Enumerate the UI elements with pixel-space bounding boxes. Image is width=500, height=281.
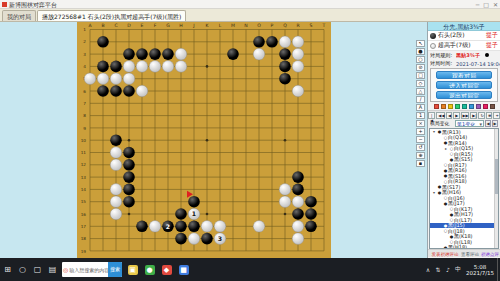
color-chip-row <box>428 103 500 110</box>
info-row: 对局时间: 2021-07-14 19:04:26 <box>428 59 500 67</box>
color-chip[interactable] <box>483 104 488 109</box>
move-nav-button[interactable]: ◀ <box>446 112 452 119</box>
move-tree[interactable]: ▾ ● 黑(R13) ○ 白(Q14) ● 黑(R14)▸ ○ 白(Q15) ○… <box>429 128 499 249</box>
search-button[interactable]: 搜索 <box>108 262 122 277</box>
svg-text:13: 13 <box>81 175 87 180</box>
color-chip[interactable] <box>476 104 481 109</box>
board-markup-toolbar: ↖●○⊘□◇△/A1×+−↺⊕▪ <box>416 40 426 167</box>
taskbar-search-box[interactable]: ◎ 输入想搜索的内容 搜索 <box>62 262 122 277</box>
svg-text:6: 6 <box>83 89 86 94</box>
prev-variation-button[interactable]: ◀ <box>485 120 491 127</box>
svg-text:C: C <box>114 23 117 28</box>
svg-text:3: 3 <box>218 235 222 242</box>
move-nav-button[interactable]: |◀ <box>428 112 435 119</box>
markup-tool-icon[interactable]: ⊘ <box>416 64 425 71</box>
info-value: 黑贴3¾子 <box>456 51 480 59</box>
color-chip[interactable] <box>448 104 453 109</box>
close-button[interactable]: ✕ <box>493 0 498 9</box>
move-nav-button[interactable]: ◀◀ <box>436 112 445 119</box>
move-nav-button[interactable]: ▶▶ <box>461 112 470 119</box>
svg-text:17: 17 <box>81 224 87 229</box>
game-rule-header: 分先,黑贴3¾子 <box>428 22 500 31</box>
markup-tool-icon[interactable]: A <box>416 104 425 111</box>
markup-tool-icon[interactable]: ▪ <box>416 160 425 167</box>
tree-scrollbar[interactable] <box>494 129 498 248</box>
color-chip[interactable] <box>441 104 446 109</box>
black-stone-icon <box>430 33 436 39</box>
svg-text:18: 18 <box>81 236 87 241</box>
minimize-button[interactable]: ─ <box>476 0 480 9</box>
svg-text:4: 4 <box>83 64 86 69</box>
footer-link[interactable]: 棋谱点评 <box>481 251 499 256</box>
color-chip[interactable] <box>455 104 460 109</box>
panel-action-button[interactable]: 观看对局 <box>436 71 492 79</box>
markup-tool-icon[interactable]: □ <box>416 72 425 79</box>
next-variation-button[interactable]: ▶ <box>492 120 498 127</box>
task-view-icon[interactable]: ▢ <box>30 258 45 281</box>
tree-move-label: 黑(H18) <box>448 244 467 249</box>
footer-link[interactable]: 查看评论 <box>461 251 479 256</box>
chevron-down-icon: ▾ <box>479 121 482 127</box>
color-chip[interactable] <box>434 104 439 109</box>
move-nav-button[interactable]: ≡ <box>486 112 493 119</box>
scrollbar-thumb[interactable] <box>495 159 499 194</box>
variation-label: 棋局变化 <box>430 120 449 127</box>
svg-text:7: 7 <box>83 101 86 106</box>
player-row: 超高手(7级) 提子 <box>428 41 500 51</box>
svg-text:P: P <box>271 23 274 28</box>
action-button-box: 观看对局进入对局室退出对局室 <box>430 68 498 102</box>
svg-text:1: 1 <box>83 27 86 32</box>
markup-tool-icon[interactable]: × <box>416 120 425 127</box>
player-status: 提子 <box>486 31 498 40</box>
search-input[interactable]: 输入想搜索的内容 <box>69 267 108 273</box>
tray-icon[interactable]: 中 <box>453 265 463 274</box>
markup-tool-icon[interactable]: / <box>416 96 425 103</box>
move-nav-button[interactable]: ▶| <box>470 112 477 119</box>
move-nav-button[interactable]: ↻ <box>478 112 485 119</box>
markup-tool-icon[interactable]: + <box>416 128 425 135</box>
svg-text:T: T <box>322 23 326 28</box>
svg-text:L: L <box>219 23 222 28</box>
svg-text:F: F <box>154 23 157 28</box>
player-name: 石头(2段) <box>438 31 465 40</box>
markup-tool-icon[interactable]: ○ <box>416 56 425 63</box>
clock-date: 2021/7/15 <box>465 270 495 276</box>
system-tray: ∧⇅♪中5:082021/7/15 <box>423 258 500 281</box>
info-value: 2021-07-14 19:04:26 <box>456 60 500 66</box>
game-info-rows: 对局规则: 黑贴3¾子 对局时间: 2021-07-14 19:04:26 <box>428 51 500 67</box>
tray-icon[interactable]: ∧ <box>423 266 433 273</box>
markup-tool-icon[interactable]: 1 <box>416 112 425 119</box>
svg-text:H: H <box>179 23 182 28</box>
svg-text:3: 3 <box>83 52 86 57</box>
window-controls: ─ □ ✕ <box>476 0 498 9</box>
markup-tool-icon[interactable]: ● <box>416 48 425 55</box>
start-button[interactable]: ⊞ <box>0 258 15 281</box>
svg-text:1: 1 <box>192 210 196 217</box>
pinned-app-icon[interactable]: ▣ <box>124 258 141 281</box>
svg-text:16: 16 <box>81 212 87 217</box>
footer-link[interactable]: 发表棋谱评论 <box>432 251 459 256</box>
players-list: 石头(2段) 提子 超高手(7级) 提子 <box>428 31 500 51</box>
svg-text:E: E <box>141 23 144 28</box>
svg-text:2: 2 <box>83 39 86 44</box>
svg-text:15: 15 <box>81 199 87 204</box>
pinned-app-icon[interactable]: ◆ <box>158 258 175 281</box>
maximize-button[interactable]: □ <box>483 0 489 9</box>
tab-my-games[interactable]: 我的对局 <box>2 10 36 21</box>
black-to-move-icon <box>485 53 489 57</box>
info-row: 对局规则: 黑贴3¾子 <box>428 51 500 59</box>
markup-tool-icon[interactable]: ↖ <box>416 40 425 47</box>
markup-tool-icon[interactable]: △ <box>416 88 425 95</box>
variation-select[interactable]: 第1变化▾ <box>455 120 484 127</box>
tray-icon[interactable]: ♪ <box>443 266 453 273</box>
svg-text:O: O <box>257 23 261 28</box>
windows-taskbar: ⊞○▢▤◎ 输入想搜索的内容 搜索▣●◆■∧⇅♪中5:082021/7/15 <box>0 258 500 281</box>
move-nav-button[interactable]: ▶ <box>453 112 459 119</box>
svg-text:J: J <box>192 23 194 28</box>
info-label: 对局时间: <box>430 59 452 67</box>
tray-icon[interactable]: ⇅ <box>433 266 443 273</box>
pinned-app-icon[interactable]: ■ <box>175 258 192 281</box>
svg-text:B: B <box>101 23 104 28</box>
window-title: 新博围棋对弈平台 <box>9 0 57 9</box>
markup-tool-icon[interactable]: ◇ <box>416 80 425 87</box>
svg-text:11: 11 <box>81 150 87 155</box>
svg-text:S: S <box>310 23 313 28</box>
svg-text:M: M <box>231 23 235 28</box>
search-circle-icon[interactable]: ○ <box>15 258 30 281</box>
footer-links: 发表棋谱评论查看评论棋谱点评 <box>428 249 500 257</box>
game-info-panel: 分先,黑贴3¾子 石头(2段) 提子 超高手(7级) 提子 对局规则: 黑贴3¾… <box>427 22 500 258</box>
player-status: 提子 <box>486 41 498 50</box>
color-chip[interactable] <box>469 104 474 109</box>
desktop-screen: 新博围棋对弈平台 ─ □ ✕ 我的对局 播放272568#1 石头(2段)执黑对… <box>0 0 500 281</box>
svg-text:19: 19 <box>81 249 87 254</box>
search-icon: ◎ <box>63 266 68 273</box>
svg-text:10: 10 <box>81 138 87 143</box>
svg-text:14: 14 <box>81 187 87 192</box>
tab-bar: 我的对局 播放272568#1 石头(2段)执黑对超高手(7级)(黑胜) <box>0 9 500 22</box>
panel-action-button[interactable]: 退出对局室 <box>436 91 492 99</box>
color-chip[interactable] <box>490 104 495 109</box>
color-chip[interactable] <box>462 104 467 109</box>
svg-text:12: 12 <box>81 162 87 167</box>
info-label: 对局规则: <box>430 51 452 59</box>
white-stone-icon <box>430 43 436 49</box>
tab-game-playback[interactable]: 播放272568#1 石头(2段)执黑对超高手(7级)(黑胜) <box>37 10 186 21</box>
variation-row: 棋局变化 第1变化▾ ◀ ▶ <box>428 119 500 128</box>
player-name: 超高手(7级) <box>438 41 471 50</box>
app-icon <box>2 2 7 7</box>
svg-text:2: 2 <box>166 223 170 230</box>
svg-text:G: G <box>166 23 170 28</box>
svg-text:D: D <box>127 23 131 28</box>
panel-action-button[interactable]: 进入对局室 <box>436 81 492 89</box>
notes-icon[interactable]: ▤ <box>45 258 60 281</box>
title-bar: 新博围棋对弈平台 ─ □ ✕ <box>0 0 500 9</box>
markup-tool-icon[interactable]: ⊕ <box>416 152 425 159</box>
tree-move-item[interactable]: ● 黑(H18) <box>430 245 498 250</box>
markup-tool-icon[interactable]: − <box>416 136 425 143</box>
svg-text:N: N <box>244 23 247 28</box>
taskbar-clock[interactable]: 5:082021/7/15 <box>463 264 497 276</box>
move-nav-button[interactable]: + <box>493 112 500 119</box>
go-board[interactable]: ABCDEFGHJKLMNOPQRST123456789101112131415… <box>77 22 331 258</box>
player-row: 石头(2段) 提子 <box>428 31 500 41</box>
move-navigation-bar: |◀◀◀◀▶▶▶▶|↻≡+ <box>428 110 500 119</box>
markup-tool-icon[interactable]: ↺ <box>416 144 425 151</box>
svg-text:9: 9 <box>83 126 86 131</box>
svg-text:Q: Q <box>283 23 287 28</box>
svg-text:8: 8 <box>83 113 86 118</box>
pinned-app-icon[interactable]: ● <box>141 258 158 281</box>
